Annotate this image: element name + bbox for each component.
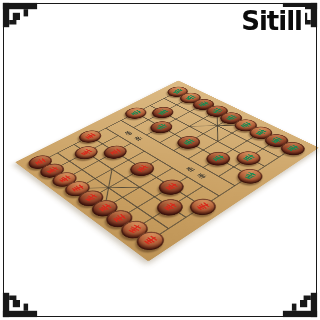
river-char-漢 bbox=[186, 167, 196, 173]
product-photo: Sitill bbox=[0, 0, 320, 320]
board-scene bbox=[20, 0, 312, 320]
xiangqi-board bbox=[15, 80, 319, 261]
river-char-楚 bbox=[124, 131, 133, 136]
brand-logo: Sitill bbox=[238, 7, 305, 35]
river-char-界 bbox=[197, 173, 207, 179]
river-char-河 bbox=[134, 136, 143, 141]
